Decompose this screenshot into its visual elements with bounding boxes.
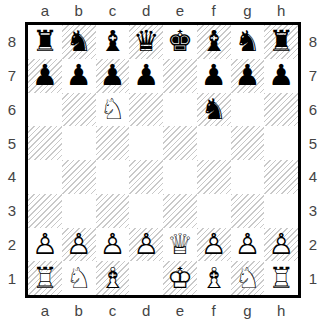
white-piece-outline: ♖ — [32, 261, 58, 294]
rank-labels-left-8: 8 — [1, 25, 23, 59]
square-b7[interactable]: ♟ — [62, 59, 96, 93]
white-knight-g1[interactable]: ♞♘ — [234, 264, 260, 293]
square-d1[interactable] — [129, 261, 163, 295]
square-c6[interactable]: ♞♘ — [96, 93, 130, 127]
white-knight-b1[interactable]: ♞♘ — [66, 264, 92, 293]
square-b2[interactable]: ♟♙ — [62, 228, 96, 262]
white-piece-outline: ♕ — [167, 228, 193, 261]
black-rook-a8[interactable]: ♜ — [32, 27, 58, 56]
white-pawn-a2[interactable]: ♟♙ — [32, 230, 58, 259]
square-c2[interactable]: ♟♙ — [96, 228, 130, 262]
rank-labels-right-3: 3 — [302, 194, 324, 228]
white-piece-outline: ♙ — [234, 228, 260, 261]
black-pawn-a7[interactable]: ♟ — [32, 61, 58, 90]
white-piece-outline: ♙ — [66, 228, 92, 261]
square-a8[interactable]: ♜ — [28, 25, 62, 59]
square-e5[interactable] — [163, 126, 197, 160]
white-pawn-f2[interactable]: ♟♙ — [201, 230, 227, 259]
square-h6[interactable] — [264, 93, 298, 127]
white-king-e1[interactable]: ♚♔ — [167, 264, 193, 293]
white-piece-outline: ♘ — [66, 261, 92, 294]
white-piece-outline: ♔ — [167, 261, 193, 294]
rank-labels-left-4: 4 — [1, 160, 23, 194]
square-c4[interactable] — [96, 160, 130, 194]
square-f3[interactable] — [197, 194, 231, 228]
rank-labels-right-6: 6 — [302, 93, 324, 127]
square-a3[interactable] — [28, 194, 62, 228]
square-d6[interactable] — [129, 93, 163, 127]
black-queen-d8[interactable]: ♛ — [133, 27, 159, 56]
square-f4[interactable] — [197, 160, 231, 194]
square-c7[interactable]: ♟ — [96, 59, 130, 93]
black-knight-f6[interactable]: ♞ — [201, 95, 227, 124]
square-h3[interactable] — [264, 194, 298, 228]
rank-labels-left: 87654321 — [1, 25, 23, 295]
file-labels-bottom-b: b — [62, 301, 96, 320]
rank-labels-right-2: 2 — [302, 228, 324, 262]
square-f2[interactable]: ♟♙ — [197, 228, 231, 262]
black-pawn-h7[interactable]: ♟ — [268, 61, 294, 90]
file-labels-top-g: g — [231, 1, 265, 20]
rank-labels-left-6: 6 — [1, 93, 23, 127]
file-labels-bottom-h: h — [264, 301, 298, 320]
white-piece-outline: ♙ — [201, 228, 227, 261]
white-rook-h1[interactable]: ♜♖ — [268, 264, 294, 293]
white-rook-a1[interactable]: ♜♖ — [32, 264, 58, 293]
square-b4[interactable] — [62, 160, 96, 194]
square-f7[interactable]: ♟ — [197, 59, 231, 93]
white-piece-outline: ♗ — [99, 261, 125, 294]
square-b3[interactable] — [62, 194, 96, 228]
black-pawn-b7[interactable]: ♟ — [66, 61, 92, 90]
square-a7[interactable]: ♟ — [28, 59, 62, 93]
rank-labels-right-8: 8 — [302, 25, 324, 59]
white-piece-outline: ♙ — [133, 228, 159, 261]
rank-labels-left-7: 7 — [1, 59, 23, 93]
square-g2[interactable]: ♟♙ — [231, 228, 265, 262]
file-labels-top-b: b — [62, 1, 96, 20]
square-d2[interactable]: ♟♙ — [129, 228, 163, 262]
square-b5[interactable] — [62, 126, 96, 160]
black-pawn-d7[interactable]: ♟ — [133, 61, 159, 90]
rank-labels-left-5: 5 — [1, 126, 23, 160]
rank-labels-right-5: 5 — [302, 126, 324, 160]
square-h5[interactable] — [264, 126, 298, 160]
square-a2[interactable]: ♟♙ — [28, 228, 62, 262]
rank-labels-right: 87654321 — [302, 25, 324, 295]
white-piece-outline: ♘ — [99, 93, 125, 126]
square-d4[interactable] — [129, 160, 163, 194]
black-pawn-f7[interactable]: ♟ — [201, 61, 227, 90]
file-labels-bottom-e: e — [163, 301, 197, 320]
square-e6[interactable] — [163, 93, 197, 127]
file-labels-bottom-c: c — [96, 301, 130, 320]
square-f8[interactable]: ♝ — [197, 25, 231, 59]
square-g1[interactable]: ♞♘ — [231, 261, 265, 295]
square-c8[interactable]: ♝ — [96, 25, 130, 59]
black-bishop-f8[interactable]: ♝ — [201, 27, 227, 56]
square-d8[interactable]: ♛ — [129, 25, 163, 59]
rank-labels-left-3: 3 — [1, 194, 23, 228]
square-d7[interactable]: ♟ — [129, 59, 163, 93]
file-labels-top-h: h — [264, 1, 298, 20]
square-g3[interactable] — [231, 194, 265, 228]
square-a4[interactable] — [28, 160, 62, 194]
square-f5[interactable] — [197, 126, 231, 160]
rank-labels-right-7: 7 — [302, 59, 324, 93]
file-labels-top: abcdefgh — [28, 1, 298, 20]
white-knight-c6[interactable]: ♞♘ — [99, 95, 125, 124]
white-bishop-c1[interactable]: ♝♗ — [99, 264, 125, 293]
square-a5[interactable] — [28, 126, 62, 160]
white-piece-outline: ♙ — [32, 228, 58, 261]
square-b1[interactable]: ♞♘ — [62, 261, 96, 295]
square-b8[interactable]: ♞ — [62, 25, 96, 59]
white-pawn-b2[interactable]: ♟♙ — [66, 230, 92, 259]
white-piece-outline: ♖ — [268, 261, 294, 294]
white-piece-outline: ♙ — [268, 228, 294, 261]
square-f6[interactable]: ♞ — [197, 93, 231, 127]
black-pawn-c7[interactable]: ♟ — [99, 61, 125, 90]
square-e2[interactable]: ♛♕ — [163, 228, 197, 262]
square-c1[interactable]: ♝♗ — [96, 261, 130, 295]
white-queen-e2[interactable]: ♛♕ — [167, 230, 193, 259]
black-pawn-g7[interactable]: ♟ — [234, 61, 260, 90]
square-g6[interactable] — [231, 93, 265, 127]
file-labels-bottom-g: g — [231, 301, 265, 320]
square-d5[interactable] — [129, 126, 163, 160]
rank-labels-right-4: 4 — [302, 160, 324, 194]
file-labels-bottom: abcdefgh — [28, 301, 298, 320]
white-piece-outline: ♙ — [99, 228, 125, 261]
rank-labels-right-1: 1 — [302, 261, 324, 295]
white-bishop-f1[interactable]: ♝♗ — [201, 264, 227, 293]
square-e3[interactable] — [163, 194, 197, 228]
chess-diagram: abcdefgh 87654321 ♜♞♝♛♚♝♞♜♟♟♟♟♟♟♟♞♘♞♟♙♟♙… — [0, 0, 325, 327]
square-g8[interactable]: ♞ — [231, 25, 265, 59]
white-pawn-g2[interactable]: ♟♙ — [234, 230, 260, 259]
square-g4[interactable] — [231, 160, 265, 194]
black-knight-g8[interactable]: ♞ — [234, 27, 260, 56]
file-labels-top-e: e — [163, 1, 197, 20]
square-f1[interactable]: ♝♗ — [197, 261, 231, 295]
square-d3[interactable] — [129, 194, 163, 228]
square-e1[interactable]: ♚♔ — [163, 261, 197, 295]
rank-labels-left-1: 1 — [1, 261, 23, 295]
white-piece-outline: ♘ — [234, 261, 260, 294]
square-c5[interactable] — [96, 126, 130, 160]
square-e7[interactable] — [163, 59, 197, 93]
black-king-e8[interactable]: ♚ — [167, 27, 193, 56]
file-labels-top-a: a — [28, 1, 62, 20]
square-g7[interactable]: ♟ — [231, 59, 265, 93]
square-e8[interactable]: ♚ — [163, 25, 197, 59]
square-e4[interactable] — [163, 160, 197, 194]
square-h4[interactable] — [264, 160, 298, 194]
white-pawn-h2[interactable]: ♟♙ — [268, 230, 294, 259]
square-c3[interactable] — [96, 194, 130, 228]
square-a1[interactable]: ♜♖ — [28, 261, 62, 295]
square-h8[interactable]: ♜ — [264, 25, 298, 59]
square-h1[interactable]: ♜♖ — [264, 261, 298, 295]
file-labels-bottom-a: a — [28, 301, 62, 320]
black-bishop-c8[interactable]: ♝ — [99, 27, 125, 56]
square-h2[interactable]: ♟♙ — [264, 228, 298, 262]
rank-labels-left-2: 2 — [1, 228, 23, 262]
file-labels-bottom-d: d — [129, 301, 163, 320]
file-labels-top-d: d — [129, 1, 163, 20]
square-g5[interactable] — [231, 126, 265, 160]
file-labels-bottom-f: f — [197, 301, 231, 320]
file-labels-top-f: f — [197, 1, 231, 20]
black-knight-b8[interactable]: ♞ — [66, 27, 92, 56]
black-rook-h8[interactable]: ♜ — [268, 27, 294, 56]
file-labels-top-c: c — [96, 1, 130, 20]
white-pawn-d2[interactable]: ♟♙ — [133, 230, 159, 259]
white-pawn-c2[interactable]: ♟♙ — [99, 230, 125, 259]
square-b6[interactable] — [62, 93, 96, 127]
chess-board[interactable]: ♜♞♝♛♚♝♞♜♟♟♟♟♟♟♟♞♘♞♟♙♟♙♟♙♟♙♛♕♟♙♟♙♟♙♜♖♞♘♝♗… — [25, 22, 301, 298]
square-h7[interactable]: ♟ — [264, 59, 298, 93]
white-piece-outline: ♗ — [201, 261, 227, 294]
square-a6[interactable] — [28, 93, 62, 127]
